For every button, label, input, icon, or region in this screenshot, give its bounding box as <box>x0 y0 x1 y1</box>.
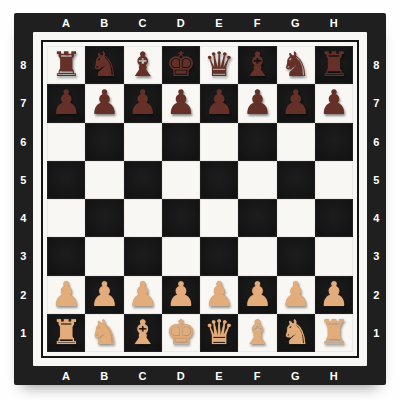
square-f6[interactable] <box>238 123 276 161</box>
dark-maroon-king[interactable]: ♚ <box>166 45 196 83</box>
file-label-g: G <box>277 13 315 32</box>
dark-maroon-pawn[interactable]: ♟ <box>204 83 234 121</box>
rank-label-1: 1 <box>367 314 386 352</box>
square-h3[interactable] <box>315 237 353 275</box>
square-c7[interactable]: ♟ <box>124 84 162 122</box>
square-c6[interactable] <box>124 123 162 161</box>
square-a3[interactable] <box>47 237 85 275</box>
square-a6[interactable] <box>47 123 85 161</box>
file-label-h: H <box>315 366 353 385</box>
square-b7[interactable]: ♟ <box>85 84 123 122</box>
light-wood-rook[interactable]: ♜ <box>51 313 81 351</box>
file-label-f: F <box>238 366 276 385</box>
file-label-e: E <box>200 366 238 385</box>
dark-maroon-pawn[interactable]: ♟ <box>166 83 196 121</box>
rank-labels-left: 87654321 <box>14 46 33 352</box>
square-f8[interactable]: ♝ <box>238 46 276 84</box>
file-label-e: E <box>200 13 238 32</box>
square-d2[interactable]: ♟ <box>162 276 200 314</box>
dark-maroon-pawn[interactable]: ♟ <box>127 83 157 121</box>
square-g5[interactable] <box>277 161 315 199</box>
square-c5[interactable] <box>124 161 162 199</box>
file-label-h: H <box>315 13 353 32</box>
square-b1[interactable]: ♞ <box>85 314 123 352</box>
square-d7[interactable]: ♟ <box>162 84 200 122</box>
square-h6[interactable] <box>315 123 353 161</box>
square-b8[interactable]: ♞ <box>85 46 123 84</box>
file-label-d: D <box>162 366 200 385</box>
chess-board: ABCDEFGH ABCDEFGH 87654321 87654321 ♜♞♝♚… <box>14 13 386 385</box>
square-g8[interactable]: ♞ <box>277 46 315 84</box>
light-wood-rook[interactable]: ♜ <box>319 313 349 351</box>
square-b2[interactable]: ♟ <box>85 276 123 314</box>
square-a1[interactable]: ♜ <box>47 314 85 352</box>
square-h8[interactable]: ♜ <box>315 46 353 84</box>
file-label-d: D <box>162 13 200 32</box>
square-a4[interactable] <box>47 199 85 237</box>
dark-maroon-pawn[interactable]: ♟ <box>242 83 272 121</box>
light-wood-king[interactable]: ♚ <box>166 313 196 351</box>
file-label-c: C <box>124 366 162 385</box>
file-label-a: A <box>47 366 85 385</box>
square-e4[interactable] <box>200 199 238 237</box>
square-d1[interactable]: ♚ <box>162 314 200 352</box>
square-c2[interactable]: ♟ <box>124 276 162 314</box>
rank-label-4: 4 <box>367 199 386 237</box>
square-e3[interactable] <box>200 237 238 275</box>
rank-label-5: 5 <box>367 161 386 199</box>
rank-label-4: 4 <box>14 199 33 237</box>
dark-maroon-pawn[interactable]: ♟ <box>89 83 119 121</box>
file-labels-top: ABCDEFGH <box>47 13 353 32</box>
dark-maroon-pawn[interactable]: ♟ <box>280 83 310 121</box>
rank-label-3: 3 <box>14 237 33 275</box>
rank-label-7: 7 <box>14 84 33 122</box>
square-g4[interactable] <box>277 199 315 237</box>
light-wood-bishop[interactable]: ♝ <box>242 313 272 351</box>
square-g6[interactable] <box>277 123 315 161</box>
file-label-g: G <box>277 366 315 385</box>
square-b5[interactable] <box>85 161 123 199</box>
dark-maroon-knight[interactable]: ♞ <box>280 45 310 83</box>
square-c3[interactable] <box>124 237 162 275</box>
square-a8[interactable]: ♜ <box>47 46 85 84</box>
square-f5[interactable] <box>238 161 276 199</box>
light-wood-pawn[interactable]: ♟ <box>280 275 310 313</box>
rank-labels-right: 87654321 <box>367 46 386 352</box>
square-h4[interactable] <box>315 199 353 237</box>
square-h5[interactable] <box>315 161 353 199</box>
square-g2[interactable]: ♟ <box>277 276 315 314</box>
square-d8[interactable]: ♚ <box>162 46 200 84</box>
file-labels-bottom: ABCDEFGH <box>47 366 353 385</box>
square-h1[interactable]: ♜ <box>315 314 353 352</box>
square-h2[interactable]: ♟ <box>315 276 353 314</box>
light-wood-pawn[interactable]: ♟ <box>89 275 119 313</box>
dark-maroon-pawn[interactable]: ♟ <box>319 83 349 121</box>
square-e7[interactable]: ♟ <box>200 84 238 122</box>
square-f7[interactable]: ♟ <box>238 84 276 122</box>
light-wood-pawn[interactable]: ♟ <box>127 275 157 313</box>
light-wood-pawn[interactable]: ♟ <box>204 275 234 313</box>
rank-label-2: 2 <box>14 276 33 314</box>
square-d3[interactable] <box>162 237 200 275</box>
light-wood-bishop[interactable]: ♝ <box>127 313 157 351</box>
square-f2[interactable]: ♟ <box>238 276 276 314</box>
file-label-b: B <box>85 366 123 385</box>
light-wood-knight[interactable]: ♞ <box>89 313 119 351</box>
light-wood-pawn[interactable]: ♟ <box>319 275 349 313</box>
square-a7[interactable]: ♟ <box>47 84 85 122</box>
square-a5[interactable] <box>47 161 85 199</box>
square-d4[interactable] <box>162 199 200 237</box>
rank-label-3: 3 <box>367 237 386 275</box>
square-c4[interactable] <box>124 199 162 237</box>
dark-maroon-knight[interactable]: ♞ <box>89 45 119 83</box>
rank-label-6: 6 <box>14 123 33 161</box>
dark-maroon-bishop[interactable]: ♝ <box>127 45 157 83</box>
rank-label-5: 5 <box>14 161 33 199</box>
dark-maroon-rook[interactable]: ♜ <box>51 45 81 83</box>
square-c1[interactable]: ♝ <box>124 314 162 352</box>
dark-maroon-pawn[interactable]: ♟ <box>51 83 81 121</box>
rank-label-7: 7 <box>367 84 386 122</box>
square-f4[interactable] <box>238 199 276 237</box>
light-wood-pawn[interactable]: ♟ <box>242 275 272 313</box>
square-g3[interactable] <box>277 237 315 275</box>
rank-label-2: 2 <box>367 276 386 314</box>
square-f1[interactable]: ♝ <box>238 314 276 352</box>
square-b6[interactable] <box>85 123 123 161</box>
square-e5[interactable] <box>200 161 238 199</box>
square-g7[interactable]: ♟ <box>277 84 315 122</box>
square-b3[interactable] <box>85 237 123 275</box>
light-wood-pawn[interactable]: ♟ <box>51 275 81 313</box>
rank-label-1: 1 <box>14 314 33 352</box>
square-h7[interactable]: ♟ <box>315 84 353 122</box>
square-e2[interactable]: ♟ <box>200 276 238 314</box>
rank-label-8: 8 <box>367 46 386 84</box>
square-c8[interactable]: ♝ <box>124 46 162 84</box>
square-f3[interactable] <box>238 237 276 275</box>
dark-maroon-bishop[interactable]: ♝ <box>242 45 272 83</box>
file-label-a: A <box>47 13 85 32</box>
light-wood-pawn[interactable]: ♟ <box>166 275 196 313</box>
square-e8[interactable]: ♛ <box>200 46 238 84</box>
square-d5[interactable] <box>162 161 200 199</box>
square-b4[interactable] <box>85 199 123 237</box>
file-label-f: F <box>238 13 276 32</box>
board-grid: ♜♞♝♚♛♝♞♜♟♟♟♟♟♟♟♟♟♟♟♟♟♟♟♟♜♞♝♚♛♝♞♜ <box>47 46 353 352</box>
file-label-c: C <box>124 13 162 32</box>
dark-maroon-rook[interactable]: ♜ <box>319 45 349 83</box>
board-photo: ABCDEFGH ABCDEFGH 87654321 87654321 ♜♞♝♚… <box>0 0 400 400</box>
rank-label-6: 6 <box>367 123 386 161</box>
light-wood-queen[interactable]: ♛ <box>204 313 234 351</box>
rank-label-8: 8 <box>14 46 33 84</box>
square-a2[interactable]: ♟ <box>47 276 85 314</box>
file-label-b: B <box>85 13 123 32</box>
dark-maroon-queen[interactable]: ♛ <box>204 45 234 83</box>
square-g1[interactable]: ♞ <box>277 314 315 352</box>
square-e6[interactable] <box>200 123 238 161</box>
square-d6[interactable] <box>162 123 200 161</box>
square-e1[interactable]: ♛ <box>200 314 238 352</box>
light-wood-knight[interactable]: ♞ <box>280 313 310 351</box>
